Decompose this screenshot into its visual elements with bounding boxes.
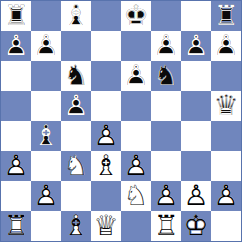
square-f8[interactable] xyxy=(151,1,181,31)
piece-black-pawn-icon[interactable]: ♟♙ xyxy=(181,31,211,61)
square-c5[interactable]: ♟♙ xyxy=(61,91,91,121)
piece-white-pawn-icon[interactable]: ♟♙ xyxy=(91,121,121,151)
square-g3[interactable] xyxy=(181,151,211,181)
piece-white-pawn-icon[interactable]: ♟♙ xyxy=(1,151,31,181)
square-f4[interactable] xyxy=(151,121,181,151)
piece-white-king-icon[interactable]: ♚♔ xyxy=(181,211,211,241)
piece-white-knight-icon[interactable]: ♞♘ xyxy=(121,181,151,211)
piece-black-knight-icon[interactable]: ♞♘ xyxy=(151,61,181,91)
square-f3[interactable] xyxy=(151,151,181,181)
square-a6[interactable] xyxy=(1,61,31,91)
square-e8[interactable]: ♚♔ xyxy=(121,1,151,31)
square-e6[interactable]: ♟♙ xyxy=(121,61,151,91)
square-h2[interactable]: ♟♙ xyxy=(211,181,241,211)
piece-white-pawn-icon[interactable]: ♟♙ xyxy=(31,181,61,211)
square-d3[interactable]: ♝♗ xyxy=(91,151,121,181)
square-c1[interactable]: ♝♗ xyxy=(61,211,91,241)
square-b8[interactable] xyxy=(31,1,61,31)
square-h6[interactable] xyxy=(211,61,241,91)
square-g2[interactable]: ♟♙ xyxy=(181,181,211,211)
square-h4[interactable] xyxy=(211,121,241,151)
square-b3[interactable] xyxy=(31,151,61,181)
square-e3[interactable]: ♟♙ xyxy=(121,151,151,181)
square-g8[interactable] xyxy=(181,1,211,31)
piece-white-pawn-icon[interactable]: ♟♙ xyxy=(181,181,211,211)
square-b6[interactable] xyxy=(31,61,61,91)
piece-black-queen-icon[interactable]: ♛♕ xyxy=(211,91,241,121)
piece-white-pawn-icon[interactable]: ♟♙ xyxy=(121,151,151,181)
square-e4[interactable] xyxy=(121,121,151,151)
piece-white-queen-icon[interactable]: ♛♕ xyxy=(91,211,121,241)
square-c8[interactable]: ♝♗ xyxy=(61,1,91,31)
square-g7[interactable]: ♟♙ xyxy=(181,31,211,61)
piece-black-pawn-icon[interactable]: ♟♙ xyxy=(61,91,91,121)
square-a2[interactable] xyxy=(1,181,31,211)
square-a5[interactable] xyxy=(1,91,31,121)
piece-white-bishop-icon[interactable]: ♝♗ xyxy=(61,211,91,241)
piece-black-pawn-icon[interactable]: ♟♙ xyxy=(151,31,181,61)
piece-white-pawn-icon[interactable]: ♟♙ xyxy=(151,181,181,211)
square-h3[interactable] xyxy=(211,151,241,181)
square-g6[interactable] xyxy=(181,61,211,91)
square-a4[interactable] xyxy=(1,121,31,151)
square-c3[interactable]: ♞♘ xyxy=(61,151,91,181)
square-c7[interactable] xyxy=(61,31,91,61)
square-a7[interactable]: ♟♙ xyxy=(1,31,31,61)
square-c6[interactable]: ♞♘ xyxy=(61,61,91,91)
square-f6[interactable]: ♞♘ xyxy=(151,61,181,91)
square-d1[interactable]: ♛♕ xyxy=(91,211,121,241)
piece-white-pawn-icon[interactable]: ♟♙ xyxy=(211,181,241,211)
piece-black-knight-icon[interactable]: ♞♘ xyxy=(61,61,91,91)
piece-black-pawn-icon[interactable]: ♟♙ xyxy=(31,31,61,61)
square-b2[interactable]: ♟♙ xyxy=(31,181,61,211)
square-b4[interactable]: ♝♗ xyxy=(31,121,61,151)
piece-white-rook-icon[interactable]: ♜♖ xyxy=(151,211,181,241)
square-e5[interactable] xyxy=(121,91,151,121)
piece-black-bishop-icon[interactable]: ♝♗ xyxy=(61,1,91,31)
square-e7[interactable] xyxy=(121,31,151,61)
square-d7[interactable] xyxy=(91,31,121,61)
square-a1[interactable]: ♜♖ xyxy=(1,211,31,241)
square-h5[interactable]: ♛♕ xyxy=(211,91,241,121)
square-a8[interactable]: ♜♖ xyxy=(1,1,31,31)
piece-white-bishop-icon[interactable]: ♝♗ xyxy=(91,151,121,181)
piece-black-rook-icon[interactable]: ♜♖ xyxy=(1,1,31,31)
square-g4[interactable] xyxy=(181,121,211,151)
square-d2[interactable] xyxy=(91,181,121,211)
chess-board-container: ♜♖♝♗♚♔♜♖♟♙♟♙♟♙♟♙♟♙♞♘♟♙♞♘♟♙♛♕♝♗♟♙♟♙♞♘♝♗♟♙… xyxy=(0,0,242,242)
piece-black-king-icon[interactable]: ♚♔ xyxy=(121,1,151,31)
piece-white-rook-icon[interactable]: ♜♖ xyxy=(1,211,31,241)
piece-black-pawn-icon[interactable]: ♟♙ xyxy=(1,31,31,61)
piece-black-pawn-icon[interactable]: ♟♙ xyxy=(121,61,151,91)
piece-black-rook-icon[interactable]: ♜♖ xyxy=(211,1,241,31)
piece-white-knight-icon[interactable]: ♞♘ xyxy=(61,151,91,181)
square-f2[interactable]: ♟♙ xyxy=(151,181,181,211)
square-f1[interactable]: ♜♖ xyxy=(151,211,181,241)
square-d5[interactable] xyxy=(91,91,121,121)
square-f7[interactable]: ♟♙ xyxy=(151,31,181,61)
square-h7[interactable]: ♟♙ xyxy=(211,31,241,61)
square-e2[interactable]: ♞♘ xyxy=(121,181,151,211)
square-g1[interactable]: ♚♔ xyxy=(181,211,211,241)
square-e1[interactable] xyxy=(121,211,151,241)
square-f5[interactable] xyxy=(151,91,181,121)
square-d6[interactable] xyxy=(91,61,121,91)
square-d8[interactable] xyxy=(91,1,121,31)
square-h8[interactable]: ♜♖ xyxy=(211,1,241,31)
piece-black-pawn-icon[interactable]: ♟♙ xyxy=(211,31,241,61)
square-b7[interactable]: ♟♙ xyxy=(31,31,61,61)
square-a3[interactable]: ♟♙ xyxy=(1,151,31,181)
square-c4[interactable] xyxy=(61,121,91,151)
square-d4[interactable]: ♟♙ xyxy=(91,121,121,151)
chess-board: ♜♖♝♗♚♔♜♖♟♙♟♙♟♙♟♙♟♙♞♘♟♙♞♘♟♙♛♕♝♗♟♙♟♙♞♘♝♗♟♙… xyxy=(0,0,242,242)
piece-black-bishop-icon[interactable]: ♝♗ xyxy=(31,121,61,151)
square-b5[interactable] xyxy=(31,91,61,121)
square-g5[interactable] xyxy=(181,91,211,121)
square-b1[interactable] xyxy=(31,211,61,241)
square-c2[interactable] xyxy=(61,181,91,211)
square-h1[interactable] xyxy=(211,211,241,241)
